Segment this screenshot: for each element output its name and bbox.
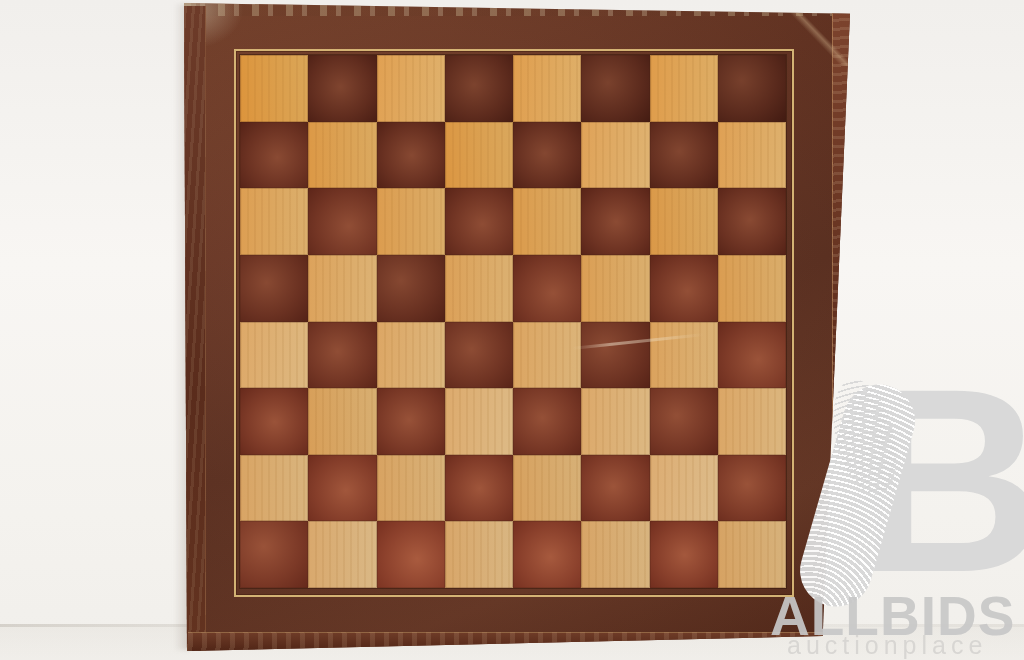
square-h4 xyxy=(718,322,786,389)
square-e6 xyxy=(513,188,581,255)
square-a5 xyxy=(240,255,308,322)
square-b3 xyxy=(308,388,376,455)
square-c6 xyxy=(377,188,445,255)
square-e3 xyxy=(513,388,581,455)
square-f8 xyxy=(581,55,649,122)
square-b7 xyxy=(308,122,376,189)
square-d7 xyxy=(445,122,513,189)
square-d3 xyxy=(445,388,513,455)
chess-board xyxy=(184,2,850,651)
photo-background: B ALLBIDS auctionplace xyxy=(0,0,1024,660)
square-e4 xyxy=(513,322,581,389)
square-g2 xyxy=(650,455,718,522)
square-g8 xyxy=(650,55,718,122)
square-d2 xyxy=(445,455,513,522)
square-g4 xyxy=(650,322,718,389)
square-b1 xyxy=(308,521,376,588)
square-a6 xyxy=(240,188,308,255)
square-b6 xyxy=(308,188,376,255)
square-c2 xyxy=(377,455,445,522)
square-c7 xyxy=(377,122,445,189)
fingerprint-icon xyxy=(823,373,908,502)
square-f5 xyxy=(581,255,649,322)
square-c5 xyxy=(377,255,445,322)
square-a2 xyxy=(240,455,308,522)
square-h5 xyxy=(718,255,786,322)
frame-top-scuffs xyxy=(184,2,850,16)
square-h7 xyxy=(718,122,786,189)
square-h6 xyxy=(718,188,786,255)
square-c8 xyxy=(377,55,445,122)
square-e7 xyxy=(513,122,581,189)
square-g5 xyxy=(650,255,718,322)
square-d6 xyxy=(445,188,513,255)
square-e1 xyxy=(513,521,581,588)
square-h1 xyxy=(718,521,786,588)
square-e2 xyxy=(513,455,581,522)
square-b8 xyxy=(308,55,376,122)
square-f2 xyxy=(581,455,649,522)
square-d4 xyxy=(445,322,513,389)
square-f4 xyxy=(581,322,649,389)
square-a8 xyxy=(240,55,308,122)
square-g7 xyxy=(650,122,718,189)
square-a3 xyxy=(240,388,308,455)
square-d5 xyxy=(445,255,513,322)
chess-board-grid xyxy=(240,55,786,588)
square-c1 xyxy=(377,521,445,588)
square-g6 xyxy=(650,188,718,255)
square-e5 xyxy=(513,255,581,322)
square-a4 xyxy=(240,322,308,389)
square-f6 xyxy=(581,188,649,255)
square-f3 xyxy=(581,388,649,455)
square-b5 xyxy=(308,255,376,322)
square-c3 xyxy=(377,388,445,455)
square-h2 xyxy=(718,455,786,522)
square-h3 xyxy=(718,388,786,455)
square-d1 xyxy=(445,521,513,588)
board-right-side-face xyxy=(832,10,850,637)
allbids-logo-b: B xyxy=(856,350,1024,612)
square-a1 xyxy=(240,521,308,588)
square-h8 xyxy=(718,55,786,122)
square-c4 xyxy=(377,322,445,389)
square-b2 xyxy=(308,455,376,522)
board-left-side-face xyxy=(184,6,206,651)
square-a7 xyxy=(240,122,308,189)
square-g1 xyxy=(650,521,718,588)
square-d8 xyxy=(445,55,513,122)
square-b4 xyxy=(308,322,376,389)
square-e8 xyxy=(513,55,581,122)
square-f1 xyxy=(581,521,649,588)
square-f7 xyxy=(581,122,649,189)
square-g3 xyxy=(650,388,718,455)
